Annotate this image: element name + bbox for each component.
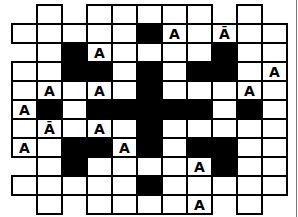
cell-r11-c9 [212,195,237,214]
cell-r6-c4 [87,100,112,119]
cell-r4-c5[interactable] [112,62,137,81]
cell-r4-c1[interactable] [12,62,37,81]
cell-r8-c6 [137,138,162,157]
cell-r7-c10[interactable] [237,119,262,138]
cell-r8-c1[interactable]: A [12,138,37,157]
cell-r5-c7[interactable] [162,81,187,100]
cell-r4-c10[interactable] [237,62,262,81]
cell-r2-c1[interactable] [12,24,37,43]
cell-r10-c2[interactable] [37,176,62,195]
cell-r9-c3 [62,157,87,176]
cell-r8-c5[interactable]: A [112,138,137,157]
cell-r3-c3 [62,43,87,62]
cell-r4-c7[interactable] [162,62,187,81]
cell-r7-c7[interactable] [162,119,187,138]
cell-r1-c11 [262,5,287,24]
cell-r6-c1[interactable]: A [12,100,37,119]
cell-r8-c9 [212,138,237,157]
cell-r7-c2[interactable]: Ā [37,119,62,138]
cell-r11-c10[interactable] [237,195,262,214]
cell-r5-c1[interactable] [12,81,37,100]
cell-r11-c3 [62,195,87,214]
cell-r10-c7[interactable] [162,176,187,195]
crossword-board: AĀAAAAAAĀAAAAA [12,5,287,214]
cell-r7-c8[interactable] [187,119,212,138]
cell-r1-c2[interactable] [37,5,62,24]
cell-r6-c8 [187,100,212,119]
cell-r8-c8 [187,138,212,157]
cell-r10-c4[interactable] [87,176,112,195]
cell-r7-c6 [137,119,162,138]
cell-r6-c5 [112,100,137,119]
cell-r8-c7[interactable] [162,138,187,157]
window-edge-line [296,0,297,217]
cell-r8-c4 [87,138,112,157]
cell-r1-c1 [12,5,37,24]
cell-r11-c1 [12,195,37,214]
cell-r1-c10[interactable] [237,5,262,24]
cell-r1-c5[interactable] [112,5,137,24]
cell-r6-c10 [237,100,262,119]
cell-r6-c6 [137,100,162,119]
cell-r10-c9[interactable] [212,176,237,195]
cell-r10-c5[interactable] [112,176,137,195]
cell-r9-c9 [212,157,237,176]
cell-r2-c6 [137,24,162,43]
cell-r9-c5[interactable] [112,157,137,176]
cell-r3-c4[interactable]: A [87,43,112,62]
cell-r10-c11[interactable] [262,176,287,195]
cell-r10-c3[interactable] [62,176,87,195]
cell-r6-c2 [37,100,62,119]
cell-r3-c8[interactable] [187,43,212,62]
cell-r11-c2[interactable] [37,195,62,214]
cell-r9-c2[interactable] [37,157,62,176]
cell-r4-c6 [137,62,162,81]
cell-r1-c3 [62,5,87,24]
cell-r1-c8[interactable] [187,5,212,24]
cell-r2-c7[interactable]: A [162,24,187,43]
cell-r5-c6 [137,81,162,100]
cell-r3-c1 [12,43,37,62]
cell-r4-c11[interactable]: A [262,62,287,81]
cell-r2-c4[interactable] [87,24,112,43]
cell-r2-c3[interactable] [62,24,87,43]
cell-r11-c4[interactable] [87,195,112,214]
cell-r2-c8[interactable] [187,24,212,43]
cell-r4-c4 [87,62,112,81]
cell-r2-c10[interactable] [237,24,262,43]
cell-r9-c1 [12,157,37,176]
cell-r4-c9 [212,62,237,81]
cell-r7-c4[interactable]: A [87,119,112,138]
cell-r2-c5[interactable] [112,24,137,43]
cell-r9-c4[interactable] [87,157,112,176]
cell-r9-c8[interactable]: A [187,157,212,176]
cell-r8-c10[interactable] [237,138,262,157]
cell-r8-c3 [62,138,87,157]
cell-r5-c3[interactable] [62,81,87,100]
cell-r2-c2[interactable] [37,24,62,43]
cell-r3-c10[interactable] [237,43,262,62]
cell-r11-c8[interactable]: A [187,195,212,214]
cell-r2-c9[interactable]: Ā [212,24,237,43]
cell-r1-c7[interactable] [162,5,187,24]
cell-r11-c11 [262,195,287,214]
cell-r11-c6[interactable] [137,195,162,214]
cell-r1-c6[interactable] [137,5,162,24]
cell-r5-c11[interactable] [262,81,287,100]
cell-r9-c10[interactable] [237,157,262,176]
cell-r4-c3 [62,62,87,81]
cell-r6-c11[interactable] [262,100,287,119]
cell-r5-c5[interactable] [112,81,137,100]
cell-r8-c11[interactable] [262,138,287,157]
cell-r7-c5[interactable] [112,119,137,138]
cell-r9-c6[interactable] [137,157,162,176]
cell-r10-c6 [137,176,162,195]
cell-r4-c2[interactable] [37,62,62,81]
cell-r9-c11[interactable] [262,157,287,176]
cell-r7-c9[interactable] [212,119,237,138]
cell-r6-c7 [162,100,187,119]
cell-r7-c3[interactable] [62,119,87,138]
cell-r5-c9[interactable] [212,81,237,100]
cell-r10-c10[interactable] [237,176,262,195]
cell-r11-c7[interactable] [162,195,187,214]
cell-r1-c9 [212,5,237,24]
cell-r3-c11[interactable] [262,43,287,62]
cell-r9-c7[interactable] [162,157,187,176]
cell-r3-c5[interactable] [112,43,137,62]
cell-r3-c2[interactable] [37,43,62,62]
cell-r6-c9[interactable] [212,100,237,119]
cell-r10-c1[interactable] [12,176,37,195]
cell-r5-c10[interactable]: A [237,81,262,100]
cell-r7-c1[interactable] [12,119,37,138]
cell-r6-c3[interactable] [62,100,87,119]
cell-r3-c7[interactable] [162,43,187,62]
cell-r5-c4[interactable]: A [87,81,112,100]
cell-r1-c4[interactable] [87,5,112,24]
cell-r5-c8[interactable] [187,81,212,100]
cell-r8-c2[interactable] [37,138,62,157]
cell-r10-c8[interactable] [187,176,212,195]
cell-r4-c8 [187,62,212,81]
cell-r2-c11[interactable] [262,24,287,43]
cell-r5-c2[interactable]: A [37,81,62,100]
cell-r11-c5[interactable] [112,195,137,214]
cell-r7-c11[interactable] [262,119,287,138]
cell-r3-c6[interactable] [137,43,162,62]
cell-r3-c9 [212,43,237,62]
